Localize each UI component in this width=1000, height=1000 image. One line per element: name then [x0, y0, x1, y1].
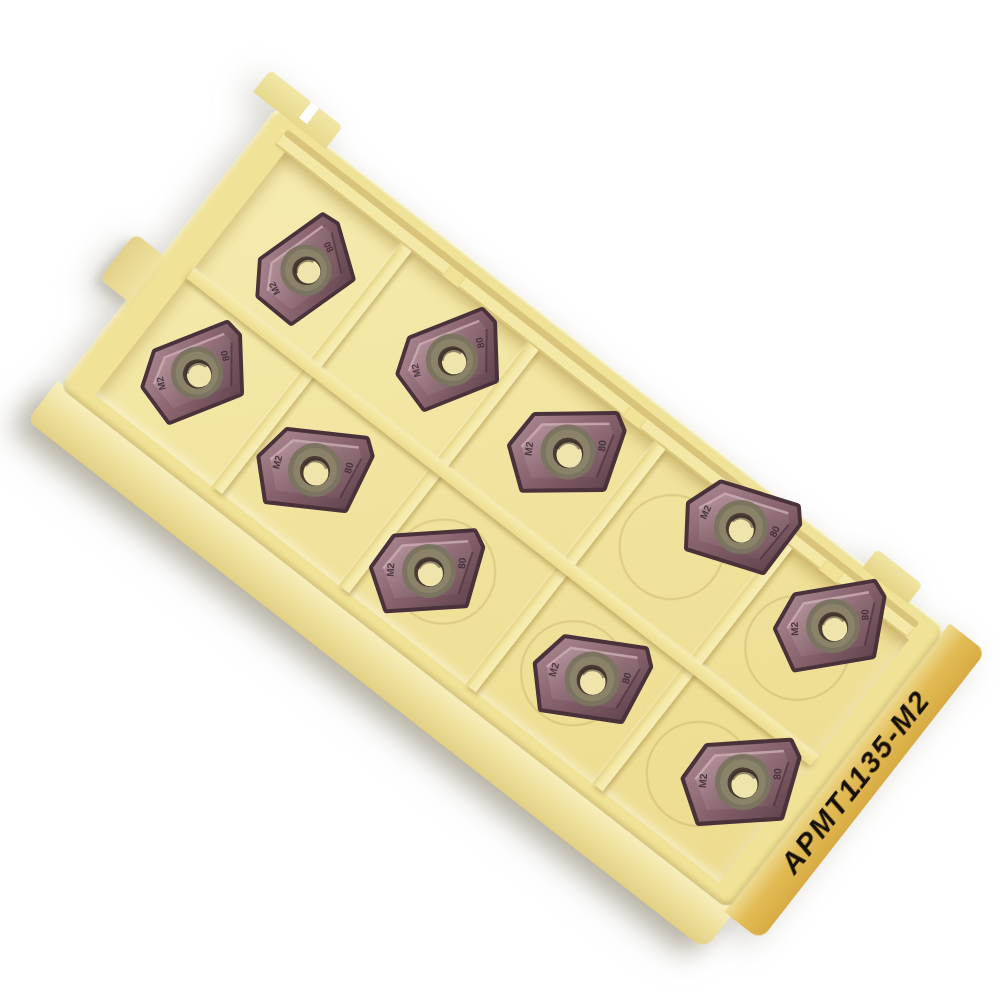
insert-marking-a: M2 [523, 441, 536, 457]
milling-insert: M2 80 [123, 306, 271, 441]
inserts-layer: M2 80 M2 80 [0, 0, 1000, 1000]
milling-insert: M2 80 [232, 198, 380, 342]
milling-insert: M2 80 [670, 467, 812, 586]
insert-marking-b: 80 [859, 609, 870, 621]
milling-insert: M2 80 [526, 627, 659, 731]
milling-insert: M2 80 [251, 421, 378, 519]
insert-marking-a: M2 [697, 773, 709, 788]
milling-insert: M2 80 [378, 293, 526, 428]
milling-insert: M2 80 [501, 399, 635, 506]
insert-marking-b: 80 [772, 768, 784, 781]
insert-marking-b: 80 [456, 557, 468, 569]
milling-insert: M2 80 [361, 516, 497, 626]
insert-marking-a: M2 [385, 562, 397, 577]
insert-marking-a: M2 [789, 621, 800, 636]
product-photo: APMT1135-M2 [0, 0, 1000, 1000]
insert-marking-b: 80 [596, 439, 608, 452]
milling-insert: M2 80 [672, 725, 813, 840]
